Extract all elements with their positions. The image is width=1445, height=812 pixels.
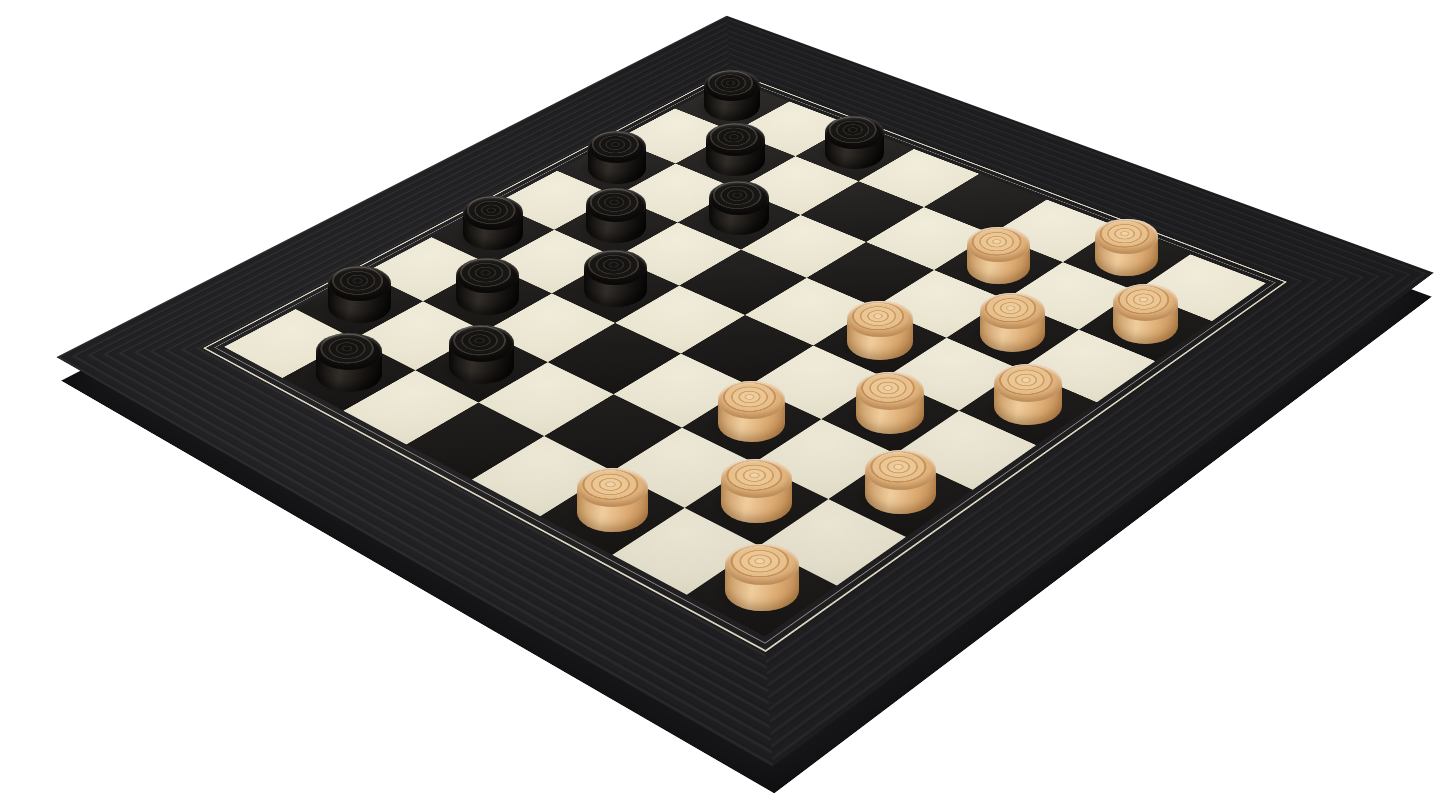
checker-top-face: [718, 381, 786, 419]
product-photo-scene: ⛂⛂⛂⛂⛂⛂⛂⛂⛂⛂⛂⛂⛀⛀⛀⛀⛀⛀⛀⛀⛀⛀⛀⛀: [0, 0, 1445, 812]
checker-top-face: [847, 301, 912, 338]
checker-top-face: [706, 123, 764, 156]
checker-top-face: [1095, 219, 1158, 254]
checker-top-face: [967, 227, 1030, 262]
checker-top-face: [721, 459, 792, 499]
checker-top-face: [328, 266, 391, 301]
checker-top-face: [577, 468, 648, 508]
checker-top-face: [586, 188, 647, 222]
checker-top-face: [316, 333, 381, 370]
checker-top-face: [1113, 284, 1178, 321]
checker-top-face: [449, 325, 514, 362]
checker-top-face: [463, 196, 524, 230]
checker-top-face: [584, 250, 647, 285]
checker-top-face: [825, 116, 883, 149]
checker-top-face: [980, 293, 1045, 330]
checker-top-face: [725, 544, 799, 585]
checker-top-face: [709, 181, 770, 215]
checker-top-face: [994, 364, 1062, 402]
checker-top-face: [865, 450, 936, 490]
checker-top-face: [856, 372, 924, 410]
checker-top-face: [588, 131, 646, 164]
checker-top-face: [456, 258, 519, 293]
pieces-layer: ⛂⛂⛂⛂⛂⛂⛂⛂⛂⛂⛂⛂⛀⛀⛀⛀⛀⛀⛀⛀⛀⛀⛀⛀: [0, 0, 1445, 812]
